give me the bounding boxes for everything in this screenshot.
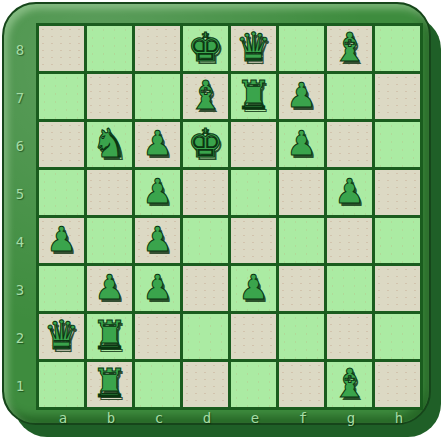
square-f7[interactable]: ♟ xyxy=(279,74,324,119)
square-c3[interactable]: ♟ xyxy=(135,266,180,311)
square-d3[interactable] xyxy=(183,266,228,311)
square-c4[interactable]: ♟ xyxy=(135,218,180,263)
piece-pawn[interactable]: ♟ xyxy=(142,169,172,214)
square-g6[interactable] xyxy=(327,122,372,167)
square-g8[interactable]: ♝ xyxy=(327,26,372,71)
square-c8[interactable] xyxy=(135,26,180,71)
square-h2[interactable] xyxy=(375,314,420,359)
piece-pawn[interactable]: ♟ xyxy=(142,217,172,262)
file-label-d: d xyxy=(183,408,231,427)
square-f3[interactable] xyxy=(279,266,324,311)
piece-pawn[interactable]: ♟ xyxy=(46,217,76,262)
square-h8[interactable] xyxy=(375,26,420,71)
square-e3[interactable]: ♟ xyxy=(231,266,276,311)
square-c1[interactable] xyxy=(135,362,180,407)
rank-label-6: 6 xyxy=(4,122,36,170)
square-e8[interactable]: ♛ xyxy=(231,26,276,71)
square-d4[interactable] xyxy=(183,218,228,263)
piece-pawn[interactable]: ♟ xyxy=(94,265,124,310)
square-g7[interactable] xyxy=(327,74,372,119)
square-h6[interactable] xyxy=(375,122,420,167)
piece-pawn[interactable]: ♟ xyxy=(142,265,172,310)
piece-pawn[interactable]: ♟ xyxy=(334,169,364,214)
square-b3[interactable]: ♟ xyxy=(87,266,132,311)
square-g2[interactable] xyxy=(327,314,372,359)
square-g5[interactable]: ♟ xyxy=(327,170,372,215)
rank-label-3: 3 xyxy=(4,266,36,314)
piece-rook[interactable]: ♜ xyxy=(92,313,128,358)
file-label-c: c xyxy=(135,408,183,427)
square-b5[interactable] xyxy=(87,170,132,215)
piece-queen[interactable]: ♛ xyxy=(236,25,272,70)
square-b6[interactable]: ♞ xyxy=(87,122,132,167)
square-b4[interactable] xyxy=(87,218,132,263)
square-a1[interactable] xyxy=(39,362,84,407)
square-a8[interactable] xyxy=(39,26,84,71)
square-g1[interactable]: ♝ xyxy=(327,362,372,407)
square-f1[interactable] xyxy=(279,362,324,407)
square-e6[interactable] xyxy=(231,122,276,167)
piece-queen[interactable]: ♛ xyxy=(44,313,80,358)
square-g3[interactable] xyxy=(327,266,372,311)
piece-pawn[interactable]: ♟ xyxy=(286,121,316,166)
piece-knight[interactable]: ♞ xyxy=(92,121,128,166)
square-b2[interactable]: ♜ xyxy=(87,314,132,359)
square-e1[interactable] xyxy=(231,362,276,407)
rank-labels: 87654321 xyxy=(4,26,36,410)
piece-bishop[interactable]: ♝ xyxy=(332,25,368,70)
square-a7[interactable] xyxy=(39,74,84,119)
square-e4[interactable] xyxy=(231,218,276,263)
square-g4[interactable] xyxy=(327,218,372,263)
square-a2[interactable]: ♛ xyxy=(39,314,84,359)
piece-king[interactable]: ♚ xyxy=(188,121,224,166)
square-h3[interactable] xyxy=(375,266,420,311)
chess-board: ♚♛♝♝♜♟♞♟♚♟♟♟♟♟♟♟♟♛♜♜♝ xyxy=(36,23,423,410)
square-d8[interactable]: ♚ xyxy=(183,26,228,71)
square-a3[interactable] xyxy=(39,266,84,311)
chess-app-window: 87654321 abcdefgh ♚♛♝♝♜♟♞♟♚♟♟♟♟♟♟♟♟♛♜♜♝ xyxy=(0,0,444,442)
piece-rook[interactable]: ♜ xyxy=(236,73,272,118)
square-a6[interactable] xyxy=(39,122,84,167)
piece-pawn[interactable]: ♟ xyxy=(238,265,268,310)
piece-bishop[interactable]: ♝ xyxy=(188,73,224,118)
square-f5[interactable] xyxy=(279,170,324,215)
board-frame: 87654321 abcdefgh ♚♛♝♝♜♟♞♟♚♟♟♟♟♟♟♟♟♛♜♜♝ xyxy=(2,2,431,425)
file-label-f: f xyxy=(279,408,327,427)
square-h1[interactable] xyxy=(375,362,420,407)
piece-pawn[interactable]: ♟ xyxy=(142,121,172,166)
square-c5[interactable]: ♟ xyxy=(135,170,180,215)
piece-pawn[interactable]: ♟ xyxy=(286,73,316,118)
square-d1[interactable] xyxy=(183,362,228,407)
rank-label-1: 1 xyxy=(4,362,36,410)
file-label-b: b xyxy=(87,408,135,427)
square-d5[interactable] xyxy=(183,170,228,215)
square-h4[interactable] xyxy=(375,218,420,263)
square-e5[interactable] xyxy=(231,170,276,215)
rank-label-4: 4 xyxy=(4,218,36,266)
file-label-a: a xyxy=(39,408,87,427)
square-c7[interactable] xyxy=(135,74,180,119)
piece-rook[interactable]: ♜ xyxy=(92,361,128,406)
square-f8[interactable] xyxy=(279,26,324,71)
square-e7[interactable]: ♜ xyxy=(231,74,276,119)
square-f4[interactable] xyxy=(279,218,324,263)
square-a5[interactable] xyxy=(39,170,84,215)
rank-label-7: 7 xyxy=(4,74,36,122)
square-c2[interactable] xyxy=(135,314,180,359)
square-b8[interactable] xyxy=(87,26,132,71)
square-a4[interactable]: ♟ xyxy=(39,218,84,263)
piece-king[interactable]: ♚ xyxy=(188,25,224,70)
rank-label-8: 8 xyxy=(4,26,36,74)
square-d7[interactable]: ♝ xyxy=(183,74,228,119)
square-h7[interactable] xyxy=(375,74,420,119)
square-d2[interactable] xyxy=(183,314,228,359)
piece-bishop[interactable]: ♝ xyxy=(332,361,368,406)
file-labels: abcdefgh xyxy=(39,408,423,427)
square-f6[interactable]: ♟ xyxy=(279,122,324,167)
square-h5[interactable] xyxy=(375,170,420,215)
square-d6[interactable]: ♚ xyxy=(183,122,228,167)
square-b7[interactable] xyxy=(87,74,132,119)
square-b1[interactable]: ♜ xyxy=(87,362,132,407)
rank-label-5: 5 xyxy=(4,170,36,218)
square-c6[interactable]: ♟ xyxy=(135,122,180,167)
file-label-g: g xyxy=(327,408,375,427)
file-label-h: h xyxy=(375,408,423,427)
rank-label-2: 2 xyxy=(4,314,36,362)
square-e2[interactable] xyxy=(231,314,276,359)
file-label-e: e xyxy=(231,408,279,427)
square-f2[interactable] xyxy=(279,314,324,359)
